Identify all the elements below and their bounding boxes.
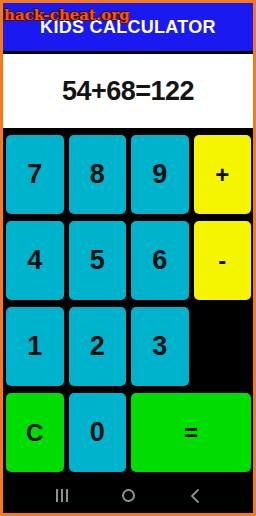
back-icon[interactable] [190, 488, 200, 504]
recents-icon[interactable] [56, 489, 68, 502]
android-nav-bar [3, 478, 253, 513]
key-minus[interactable]: - [194, 221, 252, 300]
key-5[interactable]: 5 [69, 221, 127, 300]
empty-cell [194, 307, 252, 386]
app-title: KIDS CALCULATOR [40, 17, 216, 38]
key-8[interactable]: 8 [69, 135, 127, 214]
key-7[interactable]: 7 [6, 135, 64, 214]
key-equals[interactable]: = [131, 393, 251, 472]
app-header: KIDS CALCULATOR [3, 3, 253, 51]
key-9[interactable]: 9 [131, 135, 189, 214]
key-4[interactable]: 4 [6, 221, 64, 300]
key-3[interactable]: 3 [131, 307, 189, 386]
home-icon[interactable] [122, 489, 135, 502]
calculator-keypad: 789+456-123C0= [3, 128, 253, 478]
calculation-result: 54+68=122 [62, 76, 194, 107]
phone-screen: KIDS CALCULATOR 54+68=122 789+456-123C0=… [0, 0, 256, 516]
calculator-display: 54+68=122 [3, 54, 253, 128]
key-plus[interactable]: + [194, 135, 252, 214]
key-6[interactable]: 6 [131, 221, 189, 300]
key-C[interactable]: C [6, 393, 64, 472]
key-2[interactable]: 2 [69, 307, 127, 386]
key-1[interactable]: 1 [6, 307, 64, 386]
key-0[interactable]: 0 [69, 393, 127, 472]
